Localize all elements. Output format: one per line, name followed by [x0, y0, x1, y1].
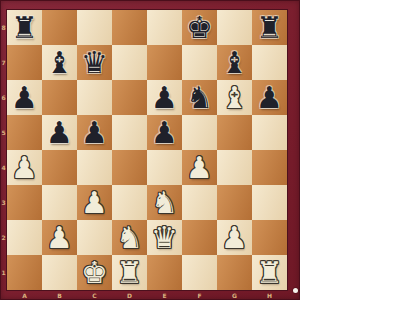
file-label-e: E — [147, 290, 182, 300]
piece-white-pawn-g2[interactable]: ♟ — [221, 220, 248, 255]
square-a2[interactable] — [7, 220, 42, 255]
file-label-b: B — [42, 290, 77, 300]
piece-black-pawn-c5[interactable]: ♟ — [81, 115, 108, 150]
square-f7[interactable] — [182, 45, 217, 80]
square-f3[interactable] — [182, 185, 217, 220]
file-label-c: C — [77, 290, 112, 300]
square-d4[interactable] — [112, 150, 147, 185]
piece-white-queen-e2[interactable]: ♛ — [151, 220, 178, 255]
board-squares: ♜♚♜♝♛♝♟♟♞♝♟♟♟♟♟♟♟♞♟♞♛♟♚♜♜ — [7, 10, 287, 290]
square-g3[interactable] — [217, 185, 252, 220]
square-g1[interactable] — [217, 255, 252, 290]
piece-white-knight-d2[interactable]: ♞ — [116, 220, 143, 255]
square-b6[interactable] — [42, 80, 77, 115]
piece-black-pawn-e5[interactable]: ♟ — [151, 115, 178, 150]
square-g5[interactable] — [217, 115, 252, 150]
piece-white-rook-h1[interactable]: ♜ — [256, 255, 283, 290]
chess-board: ♜♚♜♝♛♝♟♟♞♝♟♟♟♟♟♟♟♞♟♞♛♟♚♜♜ 87654321 ABCDE… — [0, 0, 300, 300]
screenshot-canvas: ♜♚♜♝♛♝♟♟♞♝♟♟♟♟♟♟♟♞♟♞♛♟♚♜♜ 87654321 ABCDE… — [0, 0, 414, 311]
square-e3[interactable]: ♞ — [147, 185, 182, 220]
square-d5[interactable] — [112, 115, 147, 150]
square-h6[interactable]: ♟ — [252, 80, 287, 115]
rank-label-6: 6 — [0, 80, 7, 115]
square-c8[interactable] — [77, 10, 112, 45]
square-d8[interactable] — [112, 10, 147, 45]
piece-black-rook-a8[interactable]: ♜ — [11, 10, 38, 45]
piece-white-pawn-f4[interactable]: ♟ — [186, 150, 213, 185]
file-label-f: F — [182, 290, 217, 300]
square-b5[interactable]: ♟ — [42, 115, 77, 150]
square-a8[interactable]: ♜ — [7, 10, 42, 45]
square-b3[interactable] — [42, 185, 77, 220]
rank-label-5: 5 — [0, 115, 7, 150]
piece-white-rook-d1[interactable]: ♜ — [116, 255, 143, 290]
square-h4[interactable] — [252, 150, 287, 185]
square-c6[interactable] — [77, 80, 112, 115]
square-d7[interactable] — [112, 45, 147, 80]
square-a4[interactable]: ♟ — [7, 150, 42, 185]
square-c2[interactable] — [77, 220, 112, 255]
square-f5[interactable] — [182, 115, 217, 150]
piece-black-king-f8[interactable]: ♚ — [186, 10, 213, 45]
rank-label-7: 7 — [0, 45, 7, 80]
piece-black-pawn-e6[interactable]: ♟ — [151, 80, 178, 115]
square-e2[interactable]: ♛ — [147, 220, 182, 255]
piece-black-pawn-h6[interactable]: ♟ — [256, 80, 283, 115]
square-c4[interactable] — [77, 150, 112, 185]
square-e7[interactable] — [147, 45, 182, 80]
square-h2[interactable] — [252, 220, 287, 255]
piece-white-knight-e3[interactable]: ♞ — [151, 185, 178, 220]
piece-black-bishop-b7[interactable]: ♝ — [46, 45, 73, 80]
square-e1[interactable] — [147, 255, 182, 290]
square-h7[interactable] — [252, 45, 287, 80]
square-a7[interactable] — [7, 45, 42, 80]
square-e8[interactable] — [147, 10, 182, 45]
square-a3[interactable] — [7, 185, 42, 220]
piece-white-pawn-a4[interactable]: ♟ — [11, 150, 38, 185]
file-label-a: A — [7, 290, 42, 300]
square-a5[interactable] — [7, 115, 42, 150]
piece-black-knight-f6[interactable]: ♞ — [186, 80, 213, 115]
white-to-move-indicator — [293, 288, 298, 293]
rank-label-3: 3 — [0, 185, 7, 220]
square-g7[interactable]: ♝ — [217, 45, 252, 80]
piece-white-king-c1[interactable]: ♚ — [81, 255, 108, 290]
square-e6[interactable]: ♟ — [147, 80, 182, 115]
square-d1[interactable]: ♜ — [112, 255, 147, 290]
square-h1[interactable]: ♜ — [252, 255, 287, 290]
square-f4[interactable]: ♟ — [182, 150, 217, 185]
piece-white-bishop-g6[interactable]: ♝ — [221, 80, 248, 115]
piece-black-rook-h8[interactable]: ♜ — [256, 10, 283, 45]
square-e4[interactable] — [147, 150, 182, 185]
piece-black-pawn-b5[interactable]: ♟ — [46, 115, 73, 150]
piece-black-queen-c7[interactable]: ♛ — [81, 45, 108, 80]
square-d6[interactable] — [112, 80, 147, 115]
square-a1[interactable] — [7, 255, 42, 290]
square-h3[interactable] — [252, 185, 287, 220]
square-d2[interactable]: ♞ — [112, 220, 147, 255]
square-f6[interactable]: ♞ — [182, 80, 217, 115]
piece-white-pawn-c3[interactable]: ♟ — [81, 185, 108, 220]
square-b8[interactable] — [42, 10, 77, 45]
file-label-g: G — [217, 290, 252, 300]
square-g4[interactable] — [217, 150, 252, 185]
square-h8[interactable]: ♜ — [252, 10, 287, 45]
piece-white-pawn-b2[interactable]: ♟ — [46, 220, 73, 255]
file-label-d: D — [112, 290, 147, 300]
rank-label-1: 1 — [0, 255, 7, 290]
rank-label-8: 8 — [0, 10, 7, 45]
square-b4[interactable] — [42, 150, 77, 185]
square-f2[interactable] — [182, 220, 217, 255]
square-b2[interactable]: ♟ — [42, 220, 77, 255]
square-a6[interactable]: ♟ — [7, 80, 42, 115]
square-c5[interactable]: ♟ — [77, 115, 112, 150]
square-g8[interactable] — [217, 10, 252, 45]
square-c1[interactable]: ♚ — [77, 255, 112, 290]
piece-black-bishop-g7[interactable]: ♝ — [221, 45, 248, 80]
rank-label-4: 4 — [0, 150, 7, 185]
square-g6[interactable]: ♝ — [217, 80, 252, 115]
square-f8[interactable]: ♚ — [182, 10, 217, 45]
square-h5[interactable] — [252, 115, 287, 150]
rank-label-2: 2 — [0, 220, 7, 255]
file-label-h: H — [252, 290, 287, 300]
square-c3[interactable]: ♟ — [77, 185, 112, 220]
square-f1[interactable] — [182, 255, 217, 290]
square-g2[interactable]: ♟ — [217, 220, 252, 255]
square-c7[interactable]: ♛ — [77, 45, 112, 80]
piece-black-pawn-a6[interactable]: ♟ — [11, 80, 38, 115]
square-b7[interactable]: ♝ — [42, 45, 77, 80]
square-b1[interactable] — [42, 255, 77, 290]
square-d3[interactable] — [112, 185, 147, 220]
square-e5[interactable]: ♟ — [147, 115, 182, 150]
